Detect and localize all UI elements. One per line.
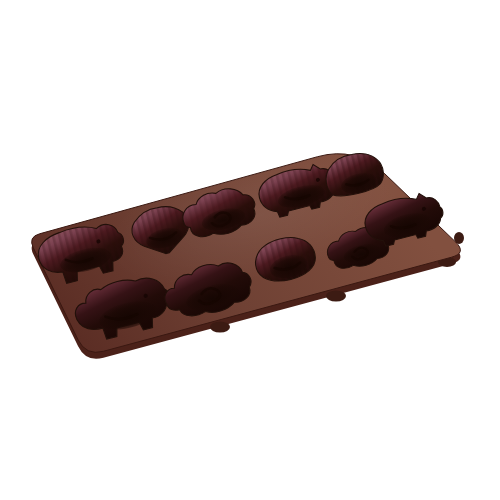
mold-photo-svg: [0, 0, 500, 500]
photo-canvas: [0, 0, 500, 500]
tray-foot: [326, 291, 346, 302]
product-photo: [0, 0, 500, 500]
tray-foot: [210, 322, 230, 333]
